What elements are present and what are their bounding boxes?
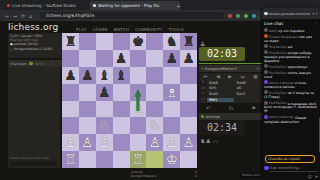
nav-item-play[interactable]: PLAY	[76, 27, 87, 32]
chat-input-row[interactable]: Say something...	[264, 164, 318, 172]
square-h7[interactable]: ♟	[180, 50, 197, 67]
draw-offer-icon[interactable]: ½	[228, 105, 233, 111]
square-f4[interactable]	[146, 101, 163, 118]
square-a4[interactable]: 4	[62, 101, 79, 118]
spectator-chat-panel: Chat room NOTES ⤢ Please be nice in the …	[8, 60, 60, 168]
avatar	[264, 64, 268, 68]
youtube-studio-chat-window: studio.youtube.com/live ▾ ✕ Live chat ⋮ …	[262, 8, 320, 180]
black-piece-p-b6[interactable]: ♟	[79, 67, 96, 84]
black-piece-b-d6[interactable]: ♝	[113, 67, 130, 84]
resign-flag-icon[interactable]: ⚑	[252, 105, 256, 111]
rank-coord: 3	[63, 118, 65, 122]
black-color-icon: ○	[10, 47, 13, 51]
square-h8[interactable]: ♜	[180, 33, 197, 50]
square-f7[interactable]	[146, 50, 163, 67]
square-b5[interactable]	[79, 84, 96, 101]
chat-author: Pod Kolllov	[269, 45, 287, 49]
reload-icon[interactable]: ⟳	[21, 13, 25, 19]
rank-coord: 7	[63, 50, 65, 54]
square-d1[interactable]: d	[113, 151, 130, 168]
square-b7[interactable]	[79, 50, 96, 67]
avatar	[264, 70, 268, 74]
rank-coord: 8	[63, 34, 65, 38]
screen: Live streaming - YouTube Studio Waiting …	[0, 0, 320, 180]
black-player-row[interactable]: • DungeonMaster1 15	[199, 65, 262, 72]
white-piece-p-g2[interactable]: ♙	[163, 134, 180, 151]
chat-message[interactable]: Pod Kolllovв переводе dxc6 bxc6 хотя вро…	[264, 101, 317, 114]
captured-material-top: ♙	[200, 40, 205, 47]
square-g5[interactable]: ♗	[163, 84, 180, 101]
captured-material-bottom: ♞♟ +1	[200, 137, 218, 144]
chat-room-tab[interactable]: Chat room	[10, 62, 27, 66]
file-coord: d	[127, 164, 129, 168]
rank-coord: 6	[63, 67, 65, 71]
move-row: 12Rfe1	[199, 97, 262, 103]
square-b8[interactable]	[79, 33, 96, 50]
chat-author: wstjr	[269, 29, 277, 33]
avatar	[264, 80, 268, 84]
square-d5[interactable]	[113, 84, 130, 101]
square-f8[interactable]	[146, 33, 163, 50]
square-g2[interactable]: ♙	[163, 134, 180, 151]
chat-message[interactable]: anton ivanovprи конь попался в капкан	[264, 80, 317, 89]
move-white[interactable]: Bxb6	[207, 81, 235, 85]
chat-message[interactable]: anton ivanovprGaspar complete destructio…	[264, 115, 317, 124]
file-coord: g	[177, 164, 179, 168]
black-piece-p-h7[interactable]: ♟	[180, 50, 197, 67]
chat-footer-icons[interactable]: ☺➤	[264, 174, 318, 179]
avatar	[264, 115, 268, 119]
move-black[interactable]: Bxc5	[235, 92, 263, 96]
square-h5[interactable]	[180, 84, 197, 101]
black-piece-r-h8[interactable]: ♜	[180, 33, 197, 50]
move-black[interactable]: a6	[235, 86, 263, 90]
move-white[interactable]: Ne5	[207, 86, 235, 90]
avatar	[264, 50, 268, 54]
white-clock: 02:34	[199, 121, 245, 135]
chat-notice: Please be nice in the chat!	[10, 156, 58, 160]
black-piece-p-g7[interactable]: ♟	[163, 50, 180, 67]
square-b1[interactable]: b	[79, 151, 96, 168]
rank-coord: 1	[63, 152, 65, 156]
new-tab-button[interactable]: +	[176, 2, 181, 9]
tab-title: Live streaming - YouTube Studio	[12, 3, 76, 8]
move-nav-icon[interactable]: ⏮	[203, 74, 207, 79]
square-b2[interactable]: ♙	[79, 134, 96, 151]
crosstable-row: DungeonMaster13	[131, 174, 197, 178]
black-piece-b-c6[interactable]: ♝	[96, 67, 113, 84]
live-chat-title: Live chat	[264, 21, 283, 26]
chat-message[interactable]: Роман Безумныйкак раз не ждал	[264, 34, 317, 43]
window-controls[interactable]: ▾ ✕	[312, 12, 318, 16]
crosstable: antonpr1DungeonMaster13	[131, 170, 197, 178]
url-input[interactable]: lichess.org/6XhqFG5s	[40, 12, 224, 19]
avatar	[264, 44, 268, 48]
extension-icon[interactable]	[244, 14, 248, 18]
square-d6[interactable]: ♝	[113, 67, 130, 84]
move-black[interactable]: Bxb6	[235, 81, 263, 85]
rank-coord: 4	[63, 101, 65, 105]
square-e4[interactable]: ♗	[130, 101, 147, 118]
square-e1[interactable]: ♖e	[130, 151, 147, 168]
square-g4[interactable]	[163, 101, 180, 118]
avatar	[264, 101, 268, 105]
live-chat-header: Live chat ⋮	[262, 19, 320, 27]
black-piece-n-g8[interactable]: ♞	[163, 33, 180, 50]
square-h4[interactable]	[180, 101, 197, 118]
square-h2[interactable]: ♙	[180, 134, 197, 151]
white-piece-p-h2[interactable]: ♙	[180, 134, 197, 151]
chat-window-url: studio.youtube.com/live	[269, 12, 311, 16]
chat-message[interactable]: Pod Kolllovкринжанул	[264, 64, 317, 69]
black-player-line[interactable]: ○DungeonMaster1 (2585)	[10, 47, 62, 51]
chat-text: ну это hopeless	[278, 29, 305, 33]
square-b6[interactable]: ♟	[79, 67, 96, 84]
chat-header: Chat room NOTES ⤢	[8, 60, 62, 67]
chat-toggle[interactable]	[29, 62, 33, 66]
file-coord: f	[161, 164, 162, 168]
avatar	[264, 34, 268, 38]
chat-text: кринжанул	[288, 65, 308, 69]
square-d7[interactable]: ♟	[113, 50, 130, 67]
file-coord: c	[110, 164, 112, 168]
square-g3[interactable]	[163, 117, 180, 134]
square-a7[interactable]: 7	[62, 50, 79, 67]
white-piece-p-c2[interactable]: ♙	[96, 134, 113, 151]
chat-message-list[interactable]: wstjrну это hopelessРоман Безумныйкак ра…	[262, 27, 318, 155]
square-c2[interactable]: ♙	[96, 134, 113, 151]
move-number: 12	[199, 97, 207, 103]
square-a3[interactable]: 3	[62, 117, 79, 134]
move-list[interactable]: 9Bxb6Bxb610Ne5a611Bxd5Bxc512Rfe1	[199, 80, 262, 103]
rank-coord: 5	[63, 84, 65, 88]
extension-icon[interactable]	[236, 14, 240, 18]
chat-window-titlebar[interactable]: studio.youtube.com/live ▾ ✕	[262, 8, 320, 19]
square-e6[interactable]	[130, 67, 147, 84]
toast: Mobile onlin	[240, 173, 262, 178]
square-h1[interactable]: h	[180, 151, 197, 168]
square-c8[interactable]	[96, 33, 113, 50]
square-d8[interactable]	[113, 33, 130, 50]
square-h6[interactable]	[180, 67, 197, 84]
move-white[interactable]: Rfe1	[207, 98, 234, 102]
forward-icon[interactable]: →	[13, 13, 17, 19]
black-piece-p-d7[interactable]: ♟	[113, 50, 130, 67]
highlighted-message[interactable]: Спасибо за стрим!	[265, 155, 315, 163]
chat-message[interactable]: Pod Kolllovза 3 минуты че (3 Главу)	[264, 90, 317, 99]
square-h3[interactable]	[180, 117, 197, 134]
chat-input-field[interactable]: Say something...	[270, 165, 318, 172]
square-d2[interactable]	[113, 134, 130, 151]
chat-input[interactable]	[10, 161, 57, 166]
nav-item-learn[interactable]: LEARN	[93, 27, 108, 32]
emoji-icon[interactable]: ☺	[307, 174, 311, 179]
move-row: 10Ne5a6	[199, 86, 262, 92]
white-piece-n-f3[interactable]: ♘	[146, 117, 163, 134]
chess-board[interactable]: ♜8♚♞♜7♟♟♟♟6♟♝♝5♟♗4♗3♘♘♙2♙♙♙♙♙♖a1bcd♖ef♔g…	[62, 33, 197, 168]
square-d4[interactable]	[113, 101, 130, 118]
youtube-favicon	[7, 4, 10, 7]
square-g8[interactable]: ♞	[163, 33, 180, 50]
chat-message[interactable]: wstjrну это hopeless	[264, 28, 317, 33]
chat-author: Pod Kolllov	[269, 65, 287, 69]
chat-menu-icon[interactable]: ⋮	[314, 21, 318, 26]
lichess-logo[interactable]: lichess.org	[8, 22, 58, 32]
square-a6[interactable]: ♟6	[62, 67, 79, 84]
move-nav-row[interactable]: ⏮◀▶⏭▦	[199, 73, 262, 80]
square-e5[interactable]	[130, 84, 147, 101]
file-coord: h	[194, 164, 196, 168]
white-color-icon: ●	[10, 42, 13, 46]
square-a5[interactable]: 5	[62, 84, 79, 101]
chat-message[interactable]: Pod Kolllovюз	[264, 44, 317, 49]
square-b3[interactable]	[79, 117, 96, 134]
square-c1[interactable]: c	[96, 151, 113, 168]
move-white[interactable]: Bxd5	[207, 92, 235, 96]
white-piece-b-e4[interactable]: ♗	[130, 101, 147, 118]
avatar	[264, 166, 269, 171]
white-piece-n-c3[interactable]: ♘	[96, 117, 113, 134]
lichess-main-menu: PLAYLEARNWATCHCOMMUNITYTOOLS	[76, 27, 184, 32]
square-e2[interactable]	[130, 134, 147, 151]
player-extra: 15	[256, 67, 260, 71]
expand-icon[interactable]: ⤢	[49, 62, 52, 66]
black-clock: 02:03	[199, 47, 245, 61]
black-piece-p-c5[interactable]: ♟	[96, 84, 113, 101]
square-e8[interactable]: ♚	[130, 33, 147, 50]
tab-lichess[interactable]: Waiting for opponent - Play Du	[90, 1, 180, 10]
square-c4[interactable]	[96, 101, 113, 118]
square-e7[interactable]	[130, 50, 147, 67]
home-icon[interactable]: ⌂	[29, 13, 32, 19]
nav-item-tools[interactable]: TOOLS	[169, 27, 184, 32]
nav-item-watch[interactable]: WATCH	[114, 27, 130, 32]
send-icon[interactable]: ➤	[315, 174, 318, 179]
lichess-favicon	[93, 4, 96, 7]
white-piece-p-b2[interactable]: ♙	[79, 134, 96, 151]
white-piece-p-f2[interactable]: ♙	[146, 134, 163, 151]
square-g6[interactable]	[163, 67, 180, 84]
square-f6[interactable]	[146, 67, 163, 84]
game-meta-panel: 3+0 • Casual • Blitz Playing right now ●…	[8, 33, 62, 58]
move-row: 9Bxb6Bxb6	[199, 80, 262, 86]
square-f1[interactable]: f	[146, 151, 163, 168]
browser-menu-icon[interactable]: ⋮	[256, 13, 261, 19]
move-nav-icon[interactable]: ▦	[253, 74, 257, 79]
online-dot	[201, 115, 204, 118]
square-f2[interactable]: ♙	[146, 134, 163, 151]
back-icon[interactable]: ←	[5, 13, 9, 19]
square-f3[interactable]: ♘	[146, 117, 163, 134]
extension-icon[interactable]	[228, 14, 232, 18]
rank-coord: 2	[63, 135, 65, 139]
square-e3[interactable]	[130, 117, 147, 134]
chat-text: юз	[288, 45, 293, 49]
square-c6[interactable]: ♝	[96, 67, 113, 84]
avatar	[264, 28, 268, 32]
square-a1[interactable]: ♖a1	[62, 151, 79, 168]
square-g7[interactable]: ♟	[163, 50, 180, 67]
move-nav-icon[interactable]: ⏭	[241, 74, 245, 79]
square-c5[interactable]: ♟	[96, 84, 113, 101]
tab-title: Waiting for opponent - Play Du	[98, 3, 159, 8]
file-coord: e	[144, 164, 146, 168]
chat-message[interactable]: Pod Kolllovопять зевнул коня	[264, 70, 317, 79]
square-a8[interactable]: ♜8	[62, 33, 79, 50]
move-row: 11Bxd5Bxc5	[199, 91, 262, 97]
site-icon	[264, 12, 268, 16]
notes-tab[interactable]: NOTES	[35, 62, 45, 66]
square-b4[interactable]	[79, 101, 96, 118]
square-c3[interactable]: ♘	[96, 117, 113, 134]
clock-time-bar	[199, 63, 262, 65]
move-nav-icon[interactable]: ◀	[216, 74, 219, 79]
square-g1[interactable]: ♔g	[163, 151, 180, 168]
file-coord: b	[93, 164, 95, 168]
square-c7[interactable]	[96, 50, 113, 67]
square-f5[interactable]	[146, 84, 163, 101]
white-piece-b-g5[interactable]: ♗	[163, 84, 180, 101]
file-coord: a	[76, 164, 78, 168]
square-a2[interactable]: ♙2	[62, 134, 79, 151]
black-piece-k-e8[interactable]: ♚	[130, 33, 147, 50]
nav-item-community[interactable]: COMMUNITY	[135, 27, 163, 32]
square-d3[interactable]	[113, 117, 130, 134]
tab-youtube-studio[interactable]: Live streaming - YouTube Studio	[4, 1, 94, 10]
takeback-icon[interactable]: ↶	[206, 105, 210, 111]
chat-message[interactable]: Pod Kolllovкогда нибудь прошёл ультралаз…	[264, 50, 317, 63]
avatar	[264, 90, 268, 94]
white-player-row[interactable]: antonpr	[199, 113, 262, 120]
game-action-row[interactable]: ↶½⚑	[206, 105, 256, 111]
move-nav-icon[interactable]: ▶	[228, 74, 231, 79]
